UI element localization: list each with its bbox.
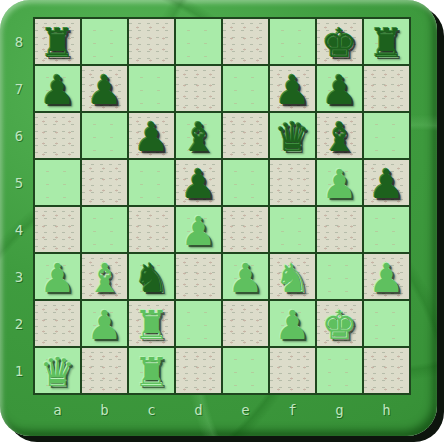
square-h2[interactable] [364,301,409,346]
piece-black-pawn-f7[interactable]: ♟ [275,68,311,110]
square-f4[interactable] [270,207,315,252]
piece-black-queen-f6[interactable]: ♛ [275,115,311,157]
square-c6[interactable]: ♟ [129,113,174,158]
square-d7[interactable] [176,66,221,111]
square-c8[interactable] [129,19,174,64]
square-h1[interactable] [364,348,409,393]
square-c4[interactable] [129,207,174,252]
square-c7[interactable] [129,66,174,111]
square-d3[interactable] [176,254,221,299]
piece-black-rook-h8[interactable]: ♜ [369,21,405,63]
square-f8[interactable] [270,19,315,64]
piece-white-pawn-e3[interactable]: ♟ [228,256,264,298]
square-b1[interactable] [82,348,127,393]
square-a3[interactable]: ♟ [35,254,80,299]
piece-white-pawn-b2[interactable]: ♟ [87,303,123,345]
board-frame: 87654321 ♜♚♜♟♟♟♟♟♝♛♝♟♟♟♟♟♝♞♟♞♟♟♜♟♚♛♜ abc… [0,0,437,436]
square-e7[interactable] [223,66,268,111]
square-a4[interactable] [35,207,80,252]
square-h6[interactable] [364,113,409,158]
chess-app-window: 87654321 ♜♚♜♟♟♟♟♟♝♛♝♟♟♟♟♟♝♞♟♞♟♟♜♟♚♛♜ abc… [0,0,444,442]
square-e1[interactable] [223,348,268,393]
square-c1[interactable]: ♜ [129,348,174,393]
piece-white-pawn-h3[interactable]: ♟ [369,256,405,298]
square-a8[interactable]: ♜ [35,19,80,64]
square-h8[interactable]: ♜ [364,19,409,64]
square-h7[interactable] [364,66,409,111]
square-d1[interactable] [176,348,221,393]
square-f6[interactable]: ♛ [270,113,315,158]
piece-black-pawn-a7[interactable]: ♟ [40,68,76,110]
rank-labels: 87654321 [8,19,30,393]
file-label-h: h [364,397,409,423]
square-e8[interactable] [223,19,268,64]
piece-white-king-g2[interactable]: ♚ [322,303,358,345]
square-g5[interactable]: ♟ [317,160,362,205]
square-a5[interactable] [35,160,80,205]
square-c5[interactable] [129,160,174,205]
square-h4[interactable] [364,207,409,252]
square-f7[interactable]: ♟ [270,66,315,111]
piece-white-rook-c2[interactable]: ♜ [134,303,170,345]
chess-board: ♜♚♜♟♟♟♟♟♝♛♝♟♟♟♟♟♝♞♟♞♟♟♜♟♚♛♜ [33,17,411,395]
square-a1[interactable]: ♛ [35,348,80,393]
file-label-g: g [317,397,362,423]
rank-label-4: 4 [8,207,30,252]
file-label-b: b [82,397,127,423]
square-f5[interactable] [270,160,315,205]
file-label-c: c [129,397,174,423]
square-b5[interactable] [82,160,127,205]
piece-black-pawn-b7[interactable]: ♟ [87,68,123,110]
rank-label-1: 1 [8,348,30,393]
square-a7[interactable]: ♟ [35,66,80,111]
piece-white-bishop-b3[interactable]: ♝ [87,256,123,298]
piece-black-pawn-c6[interactable]: ♟ [134,115,170,157]
square-d5[interactable]: ♟ [176,160,221,205]
square-d2[interactable] [176,301,221,346]
square-b7[interactable]: ♟ [82,66,127,111]
square-d6[interactable]: ♝ [176,113,221,158]
square-g2[interactable]: ♚ [317,301,362,346]
rank-label-8: 8 [8,19,30,64]
square-b3[interactable]: ♝ [82,254,127,299]
square-f1[interactable] [270,348,315,393]
piece-black-pawn-h5[interactable]: ♟ [369,162,405,204]
piece-white-knight-f3[interactable]: ♞ [275,256,311,298]
square-f2[interactable]: ♟ [270,301,315,346]
square-b8[interactable] [82,19,127,64]
file-labels: abcdefgh [35,397,409,423]
square-a2[interactable] [35,301,80,346]
square-g1[interactable] [317,348,362,393]
square-a6[interactable] [35,113,80,158]
square-e6[interactable] [223,113,268,158]
file-label-a: a [35,397,80,423]
piece-white-rook-c1[interactable]: ♜ [134,350,170,392]
rank-label-2: 2 [8,301,30,346]
piece-black-rook-a8[interactable]: ♜ [40,21,76,63]
file-label-d: d [176,397,221,423]
square-b6[interactable] [82,113,127,158]
piece-black-pawn-d5[interactable]: ♟ [181,162,217,204]
piece-white-pawn-g5[interactable]: ♟ [322,162,358,204]
square-c3[interactable]: ♞ [129,254,174,299]
square-d8[interactable] [176,19,221,64]
rank-label-3: 3 [8,254,30,299]
file-label-f: f [270,397,315,423]
square-e2[interactable] [223,301,268,346]
square-g4[interactable] [317,207,362,252]
piece-black-bishop-g6[interactable]: ♝ [322,115,358,157]
rank-label-6: 6 [8,113,30,158]
piece-black-knight-c3[interactable]: ♞ [134,256,170,298]
piece-black-bishop-d6[interactable]: ♝ [181,115,217,157]
square-c2[interactable]: ♜ [129,301,174,346]
piece-black-king-g8[interactable]: ♚ [322,21,358,63]
square-g8[interactable]: ♚ [317,19,362,64]
square-b4[interactable] [82,207,127,252]
square-h5[interactable]: ♟ [364,160,409,205]
piece-white-pawn-f2[interactable]: ♟ [275,303,311,345]
square-g7[interactable]: ♟ [317,66,362,111]
square-d4[interactable]: ♟ [176,207,221,252]
square-g3[interactable] [317,254,362,299]
piece-white-pawn-a3[interactable]: ♟ [40,256,76,298]
square-e5[interactable] [223,160,268,205]
piece-black-pawn-g7[interactable]: ♟ [322,68,358,110]
square-h3[interactable]: ♟ [364,254,409,299]
square-e3[interactable]: ♟ [223,254,268,299]
square-f3[interactable]: ♞ [270,254,315,299]
square-g6[interactable]: ♝ [317,113,362,158]
piece-white-queen-a1[interactable]: ♛ [40,350,76,392]
rank-label-5: 5 [8,160,30,205]
piece-white-pawn-d4[interactable]: ♟ [181,209,217,251]
rank-label-7: 7 [8,66,30,111]
square-b2[interactable]: ♟ [82,301,127,346]
file-label-e: e [223,397,268,423]
square-e4[interactable] [223,207,268,252]
